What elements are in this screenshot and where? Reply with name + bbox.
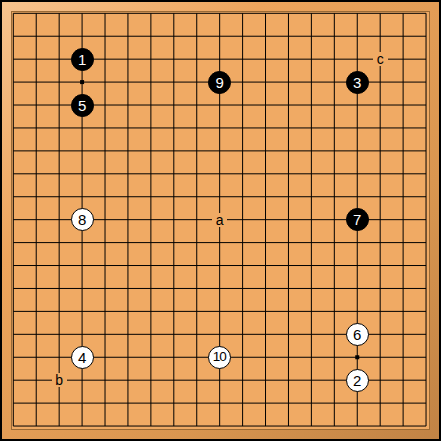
black-stone: 5 — [71, 94, 94, 117]
stone-move-3: 3 — [346, 71, 369, 94]
move-number: 3 — [353, 75, 361, 90]
move-number: 4 — [78, 350, 86, 365]
move-number: 1 — [78, 52, 86, 67]
move-number: 8 — [78, 212, 86, 227]
move-number: 7 — [353, 212, 361, 227]
intersection-grid: abc12345678910 — [2, 2, 438, 438]
white-stone: 10 — [208, 346, 231, 369]
white-stone: 6 — [346, 323, 369, 346]
move-number: 5 — [78, 98, 86, 113]
move-number: 2 — [353, 373, 361, 388]
black-stone: 1 — [71, 48, 94, 71]
move-number: 10 — [213, 350, 226, 364]
stone-move-4: 4 — [71, 346, 94, 369]
stone-move-5: 5 — [71, 94, 94, 117]
white-stone: 4 — [71, 346, 94, 369]
black-stone: 3 — [346, 71, 369, 94]
stone-move-9: 9 — [208, 71, 231, 94]
point-label-text: b — [52, 373, 67, 387]
white-stone: 8 — [71, 208, 94, 231]
black-stone: 9 — [208, 71, 231, 94]
point-label-text: c — [373, 52, 388, 66]
stone-move-8: 8 — [71, 208, 94, 231]
move-number: 6 — [353, 327, 361, 342]
go-board: abc12345678910 — [0, 0, 441, 441]
stone-move-10: 10 — [208, 346, 231, 369]
white-stone: 2 — [346, 369, 369, 392]
stone-move-2: 2 — [346, 369, 369, 392]
black-stone: 7 — [346, 208, 369, 231]
move-number: 9 — [216, 75, 224, 90]
board-playfield: abc12345678910 — [11, 11, 430, 430]
point-label-b: b — [48, 369, 71, 392]
stone-move-7: 7 — [346, 208, 369, 231]
point-label-c: c — [369, 48, 392, 71]
point-label-text: a — [212, 213, 227, 227]
point-label-a: a — [208, 208, 231, 231]
stone-move-1: 1 — [71, 48, 94, 71]
stone-move-6: 6 — [346, 323, 369, 346]
